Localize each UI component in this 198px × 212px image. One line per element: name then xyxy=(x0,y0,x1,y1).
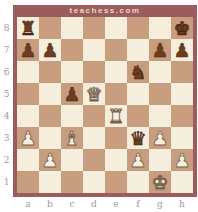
file-label-e: e xyxy=(105,197,127,211)
piece-black-queen[interactable]: ♛ xyxy=(127,127,149,149)
square-f7[interactable] xyxy=(127,39,149,61)
piece-black-rook[interactable]: ♜ xyxy=(17,17,39,39)
square-a3[interactable]: ♟ xyxy=(17,127,39,149)
square-g2[interactable] xyxy=(149,149,171,171)
rank-label-7: 7 xyxy=(0,39,13,61)
square-c4[interactable] xyxy=(61,105,83,127)
square-f3[interactable]: ♛ xyxy=(127,127,149,149)
square-c8[interactable] xyxy=(61,17,83,39)
piece-black-pawn[interactable]: ♟ xyxy=(39,39,61,61)
piece-black-pawn[interactable]: ♟ xyxy=(61,83,83,105)
board-frame: teachess.com ♜♚♟♟♟♟♞♟♛♜♟♝♛♟♟♟♟♚ xyxy=(13,5,197,197)
square-b1[interactable] xyxy=(39,171,61,193)
piece-white-pawn[interactable]: ♟ xyxy=(39,149,61,171)
square-a6[interactable] xyxy=(17,61,39,83)
piece-white-king[interactable]: ♚ xyxy=(149,171,171,193)
square-f5[interactable] xyxy=(127,83,149,105)
piece-black-king[interactable]: ♚ xyxy=(171,17,193,39)
file-labels: abcdefgh xyxy=(17,197,193,211)
square-e8[interactable] xyxy=(105,17,127,39)
piece-white-queen[interactable]: ♛ xyxy=(83,83,105,105)
square-e5[interactable] xyxy=(105,83,127,105)
square-g4[interactable] xyxy=(149,105,171,127)
rank-label-8: 8 xyxy=(0,17,13,39)
square-e6[interactable] xyxy=(105,61,127,83)
square-h5[interactable] xyxy=(171,83,193,105)
piece-black-pawn[interactable]: ♟ xyxy=(17,39,39,61)
square-h3[interactable] xyxy=(171,127,193,149)
square-e1[interactable] xyxy=(105,171,127,193)
square-d5[interactable]: ♛ xyxy=(83,83,105,105)
piece-black-pawn[interactable]: ♟ xyxy=(149,39,171,61)
square-h7[interactable]: ♟ xyxy=(171,39,193,61)
square-b3[interactable] xyxy=(39,127,61,149)
piece-black-knight[interactable]: ♞ xyxy=(127,61,149,83)
rank-label-1: 1 xyxy=(0,171,13,193)
square-b4[interactable] xyxy=(39,105,61,127)
rank-label-6: 6 xyxy=(0,61,13,83)
square-f6[interactable]: ♞ xyxy=(127,61,149,83)
piece-white-pawn[interactable]: ♟ xyxy=(149,127,171,149)
file-label-d: d xyxy=(83,197,105,211)
square-d8[interactable] xyxy=(83,17,105,39)
file-label-f: f xyxy=(127,197,149,211)
square-d2[interactable] xyxy=(83,149,105,171)
rank-label-3: 3 xyxy=(0,127,13,149)
square-g7[interactable]: ♟ xyxy=(149,39,171,61)
chess-app: 87654321 teachess.com ♜♚♟♟♟♟♞♟♛♜♟♝♛♟♟♟♟♚… xyxy=(0,0,198,212)
square-d4[interactable] xyxy=(83,105,105,127)
square-f8[interactable] xyxy=(127,17,149,39)
file-label-a: a xyxy=(17,197,39,211)
square-c5[interactable]: ♟ xyxy=(61,83,83,105)
square-h8[interactable]: ♚ xyxy=(171,17,193,39)
square-g3[interactable]: ♟ xyxy=(149,127,171,149)
square-d1[interactable] xyxy=(83,171,105,193)
square-a2[interactable] xyxy=(17,149,39,171)
square-a7[interactable]: ♟ xyxy=(17,39,39,61)
square-g1[interactable]: ♚ xyxy=(149,171,171,193)
square-d6[interactable] xyxy=(83,61,105,83)
square-f1[interactable] xyxy=(127,171,149,193)
square-d7[interactable] xyxy=(83,39,105,61)
square-h6[interactable] xyxy=(171,61,193,83)
square-c2[interactable] xyxy=(61,149,83,171)
piece-black-pawn[interactable]: ♟ xyxy=(171,39,193,61)
square-g5[interactable] xyxy=(149,83,171,105)
square-b5[interactable] xyxy=(39,83,61,105)
square-g6[interactable] xyxy=(149,61,171,83)
square-e4[interactable]: ♜ xyxy=(105,105,127,127)
piece-white-pawn[interactable]: ♟ xyxy=(17,127,39,149)
file-label-c: c xyxy=(61,197,83,211)
rank-label-4: 4 xyxy=(0,105,13,127)
piece-white-pawn[interactable]: ♟ xyxy=(127,149,149,171)
square-g8[interactable] xyxy=(149,17,171,39)
file-label-g: g xyxy=(149,197,171,211)
square-c7[interactable] xyxy=(61,39,83,61)
rank-label-5: 5 xyxy=(0,83,13,105)
square-a8[interactable]: ♜ xyxy=(17,17,39,39)
piece-white-bishop[interactable]: ♝ xyxy=(61,127,83,149)
square-b7[interactable]: ♟ xyxy=(39,39,61,61)
square-c3[interactable]: ♝ xyxy=(61,127,83,149)
file-label-h: h xyxy=(171,197,193,211)
square-c6[interactable] xyxy=(61,61,83,83)
square-c1[interactable] xyxy=(61,171,83,193)
square-e2[interactable] xyxy=(105,149,127,171)
square-f2[interactable]: ♟ xyxy=(127,149,149,171)
square-d3[interactable] xyxy=(83,127,105,149)
square-e3[interactable] xyxy=(105,127,127,149)
square-b2[interactable]: ♟ xyxy=(39,149,61,171)
square-e7[interactable] xyxy=(105,39,127,61)
square-h4[interactable] xyxy=(171,105,193,127)
piece-white-pawn[interactable]: ♟ xyxy=(171,149,193,171)
square-b8[interactable] xyxy=(39,17,61,39)
board-grid[interactable]: ♜♚♟♟♟♟♞♟♛♜♟♝♛♟♟♟♟♚ xyxy=(17,17,193,193)
square-h1[interactable] xyxy=(171,171,193,193)
file-label-b: b xyxy=(39,197,61,211)
square-b6[interactable] xyxy=(39,61,61,83)
piece-white-rook[interactable]: ♜ xyxy=(105,105,127,127)
square-a5[interactable] xyxy=(17,83,39,105)
square-h2[interactable]: ♟ xyxy=(171,149,193,171)
square-a4[interactable] xyxy=(17,105,39,127)
brand-header: teachess.com xyxy=(13,5,197,17)
square-a1[interactable] xyxy=(17,171,39,193)
square-f4[interactable] xyxy=(127,105,149,127)
rank-label-2: 2 xyxy=(0,149,13,171)
rank-labels: 87654321 xyxy=(0,17,13,193)
